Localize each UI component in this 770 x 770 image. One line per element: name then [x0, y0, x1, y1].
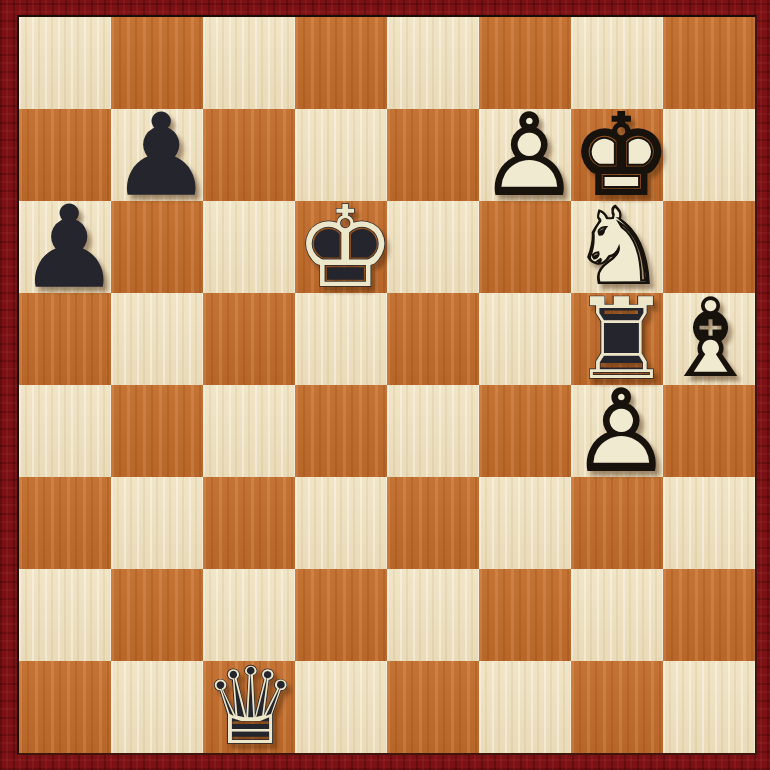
- square-h1[interactable]: [663, 661, 755, 753]
- white-bishop-glyph-fill: ♝: [663, 293, 755, 385]
- square-e6[interactable]: [387, 201, 479, 293]
- square-f6[interactable]: [479, 201, 571, 293]
- square-b5[interactable]: [111, 293, 203, 385]
- piece-white-pawn-f7[interactable]: ♟♙: [479, 109, 571, 201]
- square-d2[interactable]: [295, 569, 387, 661]
- white-knight-glyph-detail: ♘: [571, 201, 663, 293]
- square-d8[interactable]: [295, 17, 387, 109]
- square-e5[interactable]: [387, 293, 479, 385]
- square-d1[interactable]: [295, 661, 387, 753]
- square-a8[interactable]: [19, 17, 111, 109]
- square-b1[interactable]: [111, 661, 203, 753]
- square-f2[interactable]: [479, 569, 571, 661]
- square-e4[interactable]: [387, 385, 479, 477]
- square-g3[interactable]: [571, 477, 663, 569]
- square-b2[interactable]: [111, 569, 203, 661]
- square-a5[interactable]: [19, 293, 111, 385]
- black-pawn-glyph-fill: ♟: [111, 109, 203, 201]
- square-c6[interactable]: [203, 201, 295, 293]
- piece-white-knight-g6[interactable]: ♞♘: [571, 201, 663, 293]
- square-f5[interactable]: [479, 293, 571, 385]
- square-d7[interactable]: [295, 109, 387, 201]
- black-king-glyph-detail: ♔: [295, 201, 387, 293]
- square-c4[interactable]: [203, 385, 295, 477]
- board-frame: ♟♟♙♚♔♟♚♔♞♘♜♖♝♗♟♙♛♕: [0, 0, 770, 770]
- square-a1[interactable]: [19, 661, 111, 753]
- square-h2[interactable]: [663, 569, 755, 661]
- piece-white-king-g7[interactable]: ♚♔: [571, 109, 663, 201]
- black-rook-glyph-detail: ♖: [571, 293, 663, 385]
- piece-black-pawn-b7[interactable]: ♟: [111, 109, 203, 201]
- square-e7[interactable]: [387, 109, 479, 201]
- square-d5[interactable]: [295, 293, 387, 385]
- white-pawn-glyph-fill: ♟: [479, 109, 571, 201]
- square-g8[interactable]: [571, 17, 663, 109]
- square-a7[interactable]: [19, 109, 111, 201]
- white-knight-glyph-fill: ♞: [571, 201, 663, 293]
- square-b8[interactable]: [111, 17, 203, 109]
- piece-black-king-d6[interactable]: ♚♔: [295, 201, 387, 293]
- square-a3[interactable]: [19, 477, 111, 569]
- square-g2[interactable]: [571, 569, 663, 661]
- square-a4[interactable]: [19, 385, 111, 477]
- square-b3[interactable]: [111, 477, 203, 569]
- white-pawn-glyph-detail: ♙: [571, 385, 663, 477]
- square-e1[interactable]: [387, 661, 479, 753]
- white-king-glyph-detail: ♔: [571, 109, 663, 201]
- piece-black-pawn-a6[interactable]: ♟: [19, 201, 111, 293]
- black-queen-glyph-fill: ♛: [203, 661, 295, 753]
- black-pawn-glyph-fill: ♟: [19, 201, 111, 293]
- white-pawn-glyph-fill: ♟: [571, 385, 663, 477]
- square-h7[interactable]: [663, 109, 755, 201]
- square-e3[interactable]: [387, 477, 479, 569]
- square-e8[interactable]: [387, 17, 479, 109]
- square-d4[interactable]: [295, 385, 387, 477]
- black-king-glyph-fill: ♚: [295, 201, 387, 293]
- square-c5[interactable]: [203, 293, 295, 385]
- piece-white-bishop-h5[interactable]: ♝♗: [663, 293, 755, 385]
- piece-black-queen-c1[interactable]: ♛♕: [203, 661, 295, 753]
- square-c7[interactable]: [203, 109, 295, 201]
- black-rook-glyph-fill: ♜: [571, 293, 663, 385]
- white-bishop-glyph-detail: ♗: [663, 293, 755, 385]
- square-h6[interactable]: [663, 201, 755, 293]
- square-h3[interactable]: [663, 477, 755, 569]
- piece-black-rook-g5[interactable]: ♜♖: [571, 293, 663, 385]
- square-c8[interactable]: [203, 17, 295, 109]
- piece-white-pawn-g4[interactable]: ♟♙: [571, 385, 663, 477]
- black-queen-glyph-detail: ♕: [203, 661, 295, 753]
- square-e2[interactable]: [387, 569, 479, 661]
- white-king-glyph-fill: ♚: [571, 109, 663, 201]
- square-f3[interactable]: [479, 477, 571, 569]
- square-f1[interactable]: [479, 661, 571, 753]
- square-d3[interactable]: [295, 477, 387, 569]
- square-f8[interactable]: [479, 17, 571, 109]
- square-c2[interactable]: [203, 569, 295, 661]
- square-g1[interactable]: [571, 661, 663, 753]
- square-h4[interactable]: [663, 385, 755, 477]
- square-c3[interactable]: [203, 477, 295, 569]
- white-pawn-glyph-detail: ♙: [479, 109, 571, 201]
- square-b4[interactable]: [111, 385, 203, 477]
- chess-board: ♟♟♙♚♔♟♚♔♞♘♜♖♝♗♟♙♛♕: [17, 15, 757, 755]
- square-h8[interactable]: [663, 17, 755, 109]
- square-b6[interactable]: [111, 201, 203, 293]
- square-a2[interactable]: [19, 569, 111, 661]
- square-f4[interactable]: [479, 385, 571, 477]
